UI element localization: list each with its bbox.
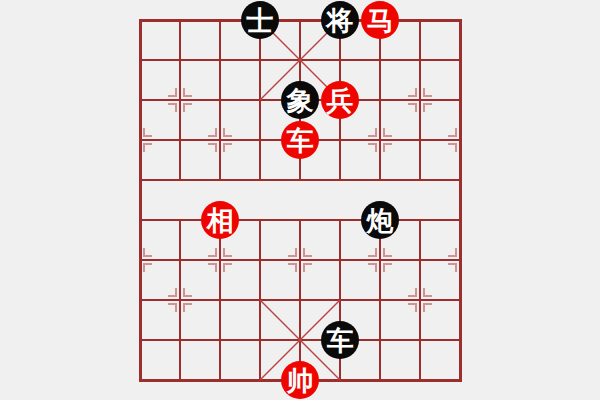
- piece-red-soldier[interactable]: 兵: [321, 81, 359, 119]
- xiangqi-board: 士将马象兵车相炮车帅: [0, 0, 600, 400]
- piece-black-general[interactable]: 将: [321, 1, 359, 39]
- piece-black-cannon[interactable]: 炮: [361, 201, 399, 239]
- piece-black-elephant[interactable]: 象: [281, 81, 319, 119]
- piece-black-chariot[interactable]: 车: [321, 321, 359, 359]
- piece-red-horse[interactable]: 马: [361, 1, 399, 39]
- piece-red-general[interactable]: 帅: [281, 361, 319, 399]
- piece-black-advisor[interactable]: 士: [241, 1, 279, 39]
- piece-red-chariot[interactable]: 车: [281, 121, 319, 159]
- piece-grid: 士将马象兵车相炮车帅: [120, 0, 480, 400]
- piece-red-elephant[interactable]: 相: [201, 201, 239, 239]
